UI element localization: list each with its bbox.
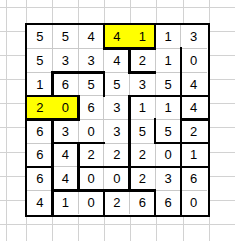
cell-r1c5[interactable]: 1 — [130, 25, 156, 49]
cell-r1c2[interactable]: 5 — [53, 25, 79, 49]
cell-r3c4[interactable]: 5 — [104, 72, 130, 96]
cell-r6c3[interactable]: 2 — [78, 143, 104, 167]
fence-horizontal-below-r3-c5 — [128, 95, 156, 98]
cell-r3c6[interactable]: 5 — [155, 72, 181, 96]
fence-horizontal-below-r7-c2 — [51, 189, 79, 192]
fence-vertical-r1-after-c3 — [103, 24, 106, 50]
fence-vertical-r7-after-c6 — [180, 166, 183, 192]
cell-r2c1[interactable]: 5 — [27, 49, 53, 73]
fence-horizontal-below-r6-c1 — [26, 166, 54, 169]
fence-vertical-r6-after-c6 — [180, 142, 183, 168]
fence-horizontal-below-r4-c7 — [180, 118, 208, 121]
spreadsheet-canvas: 5544113533421016553542063114630355264222… — [0, 0, 235, 241]
fence-vertical-r8-after-c6 — [180, 189, 183, 215]
fence-vertical-r5-after-c1 — [51, 118, 54, 144]
cell-r6c7[interactable]: 1 — [181, 143, 207, 167]
fence-horizontal-below-r7-c3 — [77, 189, 105, 192]
fence-vertical-r6-after-c1 — [51, 142, 54, 168]
cell-r4c7[interactable]: 4 — [181, 96, 207, 120]
fence-horizontal-below-r4-c2 — [51, 118, 79, 121]
cell-r8c5[interactable]: 6 — [130, 190, 156, 214]
fence-vertical-r5-after-c6 — [180, 118, 183, 144]
cell-r7c4[interactable]: 0 — [104, 167, 130, 191]
fence-horizontal-below-r3-c7 — [180, 95, 208, 98]
fence-horizontal-below-r7-c4 — [103, 189, 131, 192]
fence-vertical-r4-after-c2 — [77, 95, 80, 121]
cell-r8c6[interactable]: 6 — [155, 190, 181, 214]
cell-r7c3[interactable]: 0 — [78, 167, 104, 191]
fence-horizontal-below-r1-c5 — [128, 47, 156, 50]
cell-r3c7[interactable]: 4 — [181, 72, 207, 96]
cell-r5c3[interactable]: 0 — [78, 120, 104, 144]
fence-vertical-r7-after-c2 — [77, 166, 80, 192]
fence-horizontal-below-r4-c1 — [26, 118, 54, 121]
cell-r7c1[interactable]: 6 — [27, 167, 53, 191]
fence-horizontal-below-r2-c3 — [77, 71, 105, 74]
fence-vertical-r6-after-c4 — [128, 142, 131, 168]
fence-horizontal-below-r5-c2 — [51, 142, 79, 145]
cell-r6c5[interactable]: 2 — [130, 143, 156, 167]
fence-vertical-r8-after-c3 — [103, 189, 106, 215]
fence-vertical-r7-after-c4 — [128, 166, 131, 192]
cell-r8c3[interactable]: 0 — [78, 190, 104, 214]
cell-r6c6[interactable]: 0 — [155, 143, 181, 167]
fence-horizontal-below-r3-c6 — [154, 95, 182, 98]
fence-vertical-r3-after-c1 — [51, 71, 54, 97]
fence-vertical-r1-after-c5 — [154, 24, 157, 50]
fence-horizontal-below-r2-c5 — [128, 71, 156, 74]
fence-vertical-r2-after-c4 — [128, 47, 131, 73]
cell-r5c1[interactable]: 6 — [27, 120, 53, 144]
fence-vertical-r4-after-c4 — [128, 95, 131, 121]
fence-vertical-r8-after-c5 — [154, 189, 157, 215]
fence-vertical-r3-after-c6 — [180, 71, 183, 97]
fence-horizontal-below-r5-c7 — [180, 142, 208, 145]
cell-r2c2[interactable]: 3 — [53, 49, 79, 73]
cell-r4c6[interactable]: 1 — [155, 96, 181, 120]
fence-vertical-r2-after-c6 — [180, 47, 183, 73]
cell-r3c1[interactable]: 1 — [27, 72, 53, 96]
cell-r5c7[interactable]: 2 — [181, 120, 207, 144]
cell-r6c4[interactable]: 2 — [104, 143, 130, 167]
cell-r2c4[interactable]: 4 — [104, 49, 130, 73]
cell-r2c7[interactable]: 0 — [181, 49, 207, 73]
cell-r2c3[interactable]: 3 — [78, 49, 104, 73]
fence-horizontal-below-r3-c1 — [26, 95, 54, 98]
fence-vertical-r4-after-c6 — [180, 95, 183, 121]
fence-horizontal-below-r1-c4 — [103, 47, 131, 50]
cell-r3c5[interactable]: 3 — [130, 72, 156, 96]
cell-r5c2[interactable]: 3 — [53, 120, 79, 144]
cell-r3c2[interactable]: 6 — [53, 72, 79, 96]
fence-horizontal-below-r6-c5 — [128, 166, 156, 169]
cell-r5c4[interactable]: 3 — [104, 120, 130, 144]
fence-horizontal-below-r5-c6 — [154, 142, 182, 145]
cell-r7c2[interactable]: 4 — [53, 167, 79, 191]
cell-r1c7[interactable]: 3 — [181, 25, 207, 49]
cell-r8c4[interactable]: 2 — [104, 190, 130, 214]
fence-vertical-r5-after-c4 — [128, 118, 131, 144]
cell-r1c6[interactable]: 1 — [155, 25, 181, 49]
cell-r2c5[interactable]: 2 — [130, 49, 156, 73]
fence-horizontal-below-r6-c6 — [154, 166, 182, 169]
fence-horizontal-below-r6-c7 — [180, 166, 208, 169]
cell-r5c6[interactable]: 5 — [155, 120, 181, 144]
cell-r8c7[interactable]: 0 — [181, 190, 207, 214]
fence-vertical-r8-after-c1 — [51, 189, 54, 215]
fence-vertical-r7-after-c1 — [51, 166, 54, 192]
cell-r4c5[interactable]: 1 — [130, 96, 156, 120]
fence-horizontal-below-r3-c2 — [51, 95, 79, 98]
background-gridline-horizontal-1 — [0, 7, 235, 8]
cell-r1c1[interactable]: 5 — [27, 25, 53, 49]
fence-horizontal-below-r5-c3 — [77, 142, 105, 145]
cell-r7c5[interactable]: 2 — [130, 167, 156, 191]
background-gridline-horizontal-10 — [0, 224, 235, 225]
fence-horizontal-below-r7-c5 — [128, 189, 156, 192]
fence-vertical-r5-after-c5 — [154, 118, 157, 144]
cell-r2c6[interactable]: 1 — [155, 49, 181, 73]
cell-r8c2[interactable]: 1 — [53, 190, 79, 214]
fence-horizontal-below-r6-c4 — [103, 166, 131, 169]
fence-horizontal-below-r6-c3 — [77, 166, 105, 169]
puzzle-board: 5544113533421016553542063114630355264222… — [25, 23, 210, 217]
fence-vertical-r3-after-c3 — [103, 71, 106, 97]
cell-r7c6[interactable]: 3 — [155, 167, 181, 191]
cell-r6c1[interactable]: 6 — [27, 143, 53, 167]
cell-r3c3[interactable]: 5 — [78, 72, 104, 96]
cell-r5c5[interactable]: 5 — [130, 120, 156, 144]
background-gridline-vertical-1 — [6, 0, 7, 241]
cell-r4c4[interactable]: 3 — [104, 96, 130, 120]
cell-r4c2[interactable]: 0 — [53, 96, 79, 120]
cell-r1c3[interactable]: 4 — [78, 25, 104, 49]
cell-r8c1[interactable]: 4 — [27, 190, 53, 214]
cell-r6c2[interactable]: 4 — [53, 143, 79, 167]
cell-r1c4[interactable]: 4 — [104, 25, 130, 49]
cell-r4c1[interactable]: 2 — [27, 96, 53, 120]
fence-vertical-r6-after-c2 — [77, 142, 80, 168]
cell-r7c7[interactable]: 6 — [181, 167, 207, 191]
fence-horizontal-below-r2-c2 — [51, 71, 79, 74]
cell-r4c3[interactable]: 6 — [78, 96, 104, 120]
